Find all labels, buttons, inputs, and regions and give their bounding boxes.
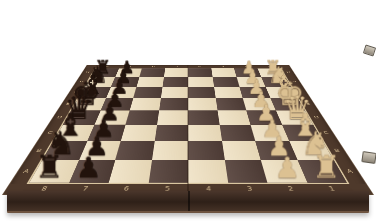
chess-board: 87654321 HGFEDCBA ♜♟♟♜♞♟♟♞♝♟♟♝♚♟♟♚♛♟♟♛♝♟… — [2, 65, 374, 195]
board-front-edge — [7, 191, 369, 213]
latch-hook-icon — [363, 45, 376, 57]
square-c3[interactable] — [219, 125, 255, 141]
square-g4[interactable] — [188, 77, 214, 87]
square-h5[interactable] — [164, 68, 188, 77]
square-a5[interactable] — [148, 160, 188, 183]
square-f6[interactable] — [133, 87, 162, 98]
square-g3[interactable] — [212, 77, 239, 87]
square-h6[interactable] — [139, 68, 165, 77]
square-e4[interactable] — [188, 98, 217, 110]
square-a2[interactable]: ♟ — [261, 160, 307, 183]
chess-set-photo: 87654321 HGFEDCBA ♜♟♟♜♞♟♟♞♝♟♟♝♚♟♟♚♛♟♟♛♝♟… — [0, 0, 376, 222]
square-f3[interactable] — [214, 87, 243, 98]
square-h3[interactable] — [211, 68, 237, 77]
square-c4[interactable] — [188, 125, 222, 141]
board-frame: 87654321 HGFEDCBA ♜♟♟♜♞♟♟♞♝♟♟♝♚♟♟♚♛♟♟♛♝♟… — [2, 65, 374, 195]
square-d4[interactable] — [188, 110, 219, 124]
square-d3[interactable] — [217, 110, 250, 124]
square-c5[interactable] — [154, 125, 188, 141]
white-rook-a1[interactable]: ♜ — [313, 151, 341, 183]
square-d6[interactable] — [125, 110, 158, 124]
square-f5[interactable] — [161, 87, 188, 98]
black-pawn-a7[interactable]: ♟ — [76, 153, 102, 182]
square-g5[interactable] — [162, 77, 188, 87]
square-e5[interactable] — [159, 98, 188, 110]
square-a3[interactable] — [224, 160, 267, 183]
square-b6[interactable] — [115, 141, 154, 160]
square-e6[interactable] — [130, 98, 161, 110]
square-b3[interactable] — [222, 141, 261, 160]
square-b4[interactable] — [188, 141, 224, 160]
square-b5[interactable] — [152, 141, 188, 160]
black-rook-a8[interactable]: ♜ — [35, 151, 63, 183]
white-pawn-a2[interactable]: ♟ — [274, 153, 300, 182]
square-a1[interactable]: ♜ — [297, 160, 347, 183]
square-a7[interactable]: ♟ — [69, 160, 115, 183]
square-e3[interactable] — [215, 98, 246, 110]
square-g6[interactable] — [136, 77, 163, 87]
square-c6[interactable] — [121, 125, 157, 141]
latch-clasp-icon — [361, 151, 376, 164]
square-a6[interactable] — [109, 160, 152, 183]
square-a4[interactable] — [188, 160, 228, 183]
fold-seam-front — [188, 191, 190, 211]
square-h4[interactable] — [188, 68, 212, 77]
square-f4[interactable] — [188, 87, 215, 98]
square-d5[interactable] — [157, 110, 188, 124]
